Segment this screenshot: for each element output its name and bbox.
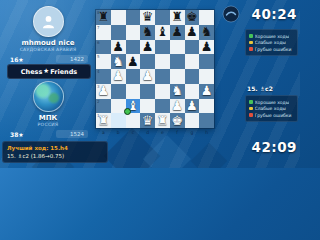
square-c4[interactable] [126, 69, 141, 84]
avatar[interactable] [33, 81, 64, 112]
piece-white-pawn-h3[interactable]: ♟ [201, 84, 213, 98]
piece-white-rook-e1[interactable]: ♜ [157, 114, 169, 128]
square-h3[interactable]: ♟ [199, 84, 214, 99]
square-a5[interactable] [96, 54, 111, 69]
chess-board[interactable]: ♜♛♜♚♞♝♟♟♞♟♟♟♞♟♟♟♟♞♟♝♟♟♜♛♜♚ [96, 10, 214, 128]
square-e4[interactable] [155, 69, 170, 84]
piece-black-pawn-b6[interactable]: ♟ [112, 40, 124, 54]
stat-color-icon [249, 34, 253, 38]
star-icon: ★ [43, 68, 49, 75]
square-f5[interactable] [170, 54, 185, 69]
engine-analysis-box: Лучший ход: 15.h4 15. ♗c2 (1.86→0.75) [2, 141, 108, 163]
square-e1[interactable]: ♜ [155, 113, 170, 128]
square-h5[interactable] [199, 54, 214, 69]
clock-bottom-player: 42:09 [240, 139, 297, 155]
stat-row: Слабые ходы [249, 106, 294, 111]
square-c1[interactable] [126, 113, 141, 128]
square-g3[interactable] [185, 84, 200, 99]
square-e5[interactable] [155, 54, 170, 69]
piece-black-knight-h7[interactable]: ♞ [201, 25, 213, 39]
square-d2[interactable] [140, 99, 155, 114]
square-f2[interactable]: ♟ [170, 99, 185, 114]
piece-black-king-g8[interactable]: ♚ [186, 10, 198, 24]
background-diamond [143, 135, 191, 168]
square-d6[interactable]: ♟ [140, 40, 155, 55]
file-label-e: e [155, 129, 170, 136]
stat-label: Хорошие ходы [255, 34, 290, 39]
piece-black-pawn-d6[interactable]: ♟ [142, 40, 154, 54]
square-e7[interactable]: ♝ [155, 25, 170, 40]
square-h8[interactable] [199, 10, 214, 25]
current-move-label: 15. ♗c2 [247, 85, 273, 92]
square-e8[interactable] [155, 10, 170, 25]
square-h2[interactable] [199, 99, 214, 114]
piece-black-rook-f8[interactable]: ♜ [171, 10, 183, 24]
stat-row: Грубые ошибки [249, 113, 294, 118]
stat-row: Хорошие ходы [249, 100, 294, 105]
piece-black-queen-d8[interactable]: ♛ [142, 10, 154, 24]
stat-label: Слабые ходы [255, 40, 286, 45]
square-a1[interactable]: ♜ [96, 113, 111, 128]
square-c6[interactable] [126, 40, 141, 55]
app-logo: Chess ★ Friends [7, 64, 91, 79]
square-d7[interactable]: ♞ [140, 25, 155, 40]
square-a6[interactable] [96, 40, 111, 55]
stat-label: Слабые ходы [255, 106, 286, 111]
player-name: mhmoud nice [0, 39, 96, 47]
chess-app-screen: { "game": "chess", "position": { "fen": … [0, 0, 300, 168]
square-g8[interactable]: ♚ [185, 10, 200, 25]
move-quality-panel-top: Хорошие ходыСлабые ходыГрубые ошибки [245, 29, 298, 56]
square-f1[interactable]: ♚ [170, 113, 185, 128]
square-b8[interactable] [111, 10, 126, 25]
piece-white-king-f1[interactable]: ♚ [171, 114, 183, 128]
file-label-c: c [126, 129, 141, 136]
square-a3[interactable]: ♟ [96, 84, 111, 99]
square-c7[interactable] [126, 25, 141, 40]
square-e6[interactable] [155, 40, 170, 55]
piece-black-pawn-h6[interactable]: ♟ [201, 40, 213, 54]
square-h7[interactable]: ♞ [199, 25, 214, 40]
logo-text-right: Friends [50, 68, 77, 76]
square-c3[interactable] [126, 84, 141, 99]
player-stars: 38★ [10, 131, 24, 138]
square-g2[interactable]: ♟ [185, 99, 200, 114]
piece-white-queen-d1[interactable]: ♛ [142, 114, 154, 128]
piece-white-pawn-f2[interactable]: ♟ [171, 99, 183, 113]
piece-black-bishop-e7[interactable]: ♝ [157, 25, 169, 39]
stat-label: Хорошие ходы [255, 100, 290, 105]
square-d8[interactable]: ♛ [140, 10, 155, 25]
avatar[interactable] [33, 6, 64, 37]
file-label-a: a [96, 129, 111, 136]
square-f8[interactable]: ♜ [170, 10, 185, 25]
stat-color-icon [249, 113, 253, 117]
square-a8[interactable]: ♜ [96, 10, 111, 25]
file-label-f: f [170, 129, 185, 136]
file-label-h: h [199, 129, 214, 136]
piece-black-pawn-g7[interactable]: ♟ [186, 25, 198, 39]
best-move-text: Лучший ход: 15.h4 [7, 144, 103, 152]
square-g5[interactable] [185, 54, 200, 69]
stat-color-icon [249, 41, 253, 45]
square-h4[interactable] [199, 69, 214, 84]
stat-label: Грубые ошибки [255, 113, 292, 118]
square-b6[interactable]: ♟ [111, 40, 126, 55]
square-b7[interactable] [111, 25, 126, 40]
square-d1[interactable]: ♛ [140, 113, 155, 128]
piece-black-pawn-c5[interactable]: ♟ [127, 55, 139, 69]
square-g1[interactable] [185, 113, 200, 128]
background-diamond [191, 143, 228, 168]
player-country: САУДОВСКАЯ АРАВИЯ [0, 47, 96, 53]
square-h6[interactable]: ♟ [199, 40, 214, 55]
file-label-b: b [111, 129, 126, 136]
logo-text-left: Chess [21, 68, 43, 76]
square-c5[interactable]: ♟ [126, 54, 141, 69]
square-d4[interactable]: ♟ [140, 69, 155, 84]
square-f7[interactable]: ♟ [170, 25, 185, 40]
stat-color-icon [249, 47, 253, 51]
piece-white-knight-f3[interactable]: ♞ [171, 84, 183, 98]
square-c8[interactable] [126, 10, 141, 25]
player-rating: 1524 [56, 130, 88, 138]
square-b3[interactable] [111, 84, 126, 99]
move-quality-badge [124, 108, 131, 115]
player-stars: 16★ [10, 56, 24, 63]
square-g4[interactable] [185, 69, 200, 84]
square-g7[interactable]: ♟ [185, 25, 200, 40]
stat-row: Грубые ошибки [249, 47, 294, 52]
player-rating: 1422 [56, 55, 88, 63]
stat-color-icon [249, 100, 253, 104]
square-a7[interactable] [96, 25, 111, 40]
stat-color-icon [249, 107, 253, 111]
piece-black-pawn-f7[interactable]: ♟ [171, 25, 183, 39]
piece-white-pawn-g2[interactable]: ♟ [186, 99, 198, 113]
file-coordinates: abcdefgh [96, 129, 214, 136]
square-f6[interactable] [170, 40, 185, 55]
round-icon-button[interactable] [222, 5, 240, 23]
square-e3[interactable] [155, 84, 170, 99]
square-b4[interactable]: ♟ [111, 69, 126, 84]
stat-row: Хорошие ходы [249, 34, 294, 39]
square-e2[interactable] [155, 99, 170, 114]
clock-top-player: 40:24 [240, 6, 297, 22]
piece-black-rook-a8[interactable]: ♜ [98, 10, 110, 24]
played-move-eval-text: 15. ♗c2 (1.86→0.75) [7, 152, 103, 160]
square-d5[interactable] [140, 54, 155, 69]
square-a4[interactable] [96, 69, 111, 84]
stat-row: Слабые ходы [249, 40, 294, 45]
piece-black-knight-d7[interactable]: ♞ [142, 25, 154, 39]
piece-white-pawn-d4[interactable]: ♟ [142, 69, 154, 83]
piece-white-knight-b5[interactable]: ♞ [112, 55, 124, 69]
square-b1[interactable] [111, 113, 126, 128]
square-b5[interactable]: ♞ [111, 54, 126, 69]
square-c2[interactable]: ♝ [126, 99, 141, 114]
square-g6[interactable] [185, 40, 200, 55]
move-quality-panel-bottom: Хорошие ходыСлабые ходыГрубые ошибки [245, 95, 298, 122]
file-label-d: d [140, 129, 155, 136]
background-diamond [104, 128, 161, 168]
square-d3[interactable] [140, 84, 155, 99]
piece-white-pawn-b4[interactable]: ♟ [112, 69, 124, 83]
player-card-top: mhmoud nice САУДОВСКАЯ АРАВИЯ 16★ 1422 [0, 6, 96, 63]
person-icon [40, 13, 57, 30]
square-h1[interactable] [199, 113, 214, 128]
player-country: РОССИЯ [0, 122, 96, 128]
file-label-g: g [185, 129, 200, 136]
piece-white-pawn-a3[interactable]: ♟ [98, 84, 110, 98]
stat-label: Грубые ошибки [255, 47, 292, 52]
player-name: МПК [0, 114, 96, 122]
player-card-bottom: МПК РОССИЯ 38★ 1524 [0, 81, 96, 138]
square-a2[interactable] [96, 99, 111, 114]
piece-white-rook-a1[interactable]: ♜ [98, 114, 110, 128]
square-f3[interactable]: ♞ [170, 84, 185, 99]
square-f4[interactable] [170, 69, 185, 84]
